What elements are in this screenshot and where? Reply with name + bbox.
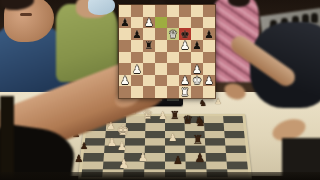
square-g4 bbox=[191, 52, 203, 64]
square-b1 bbox=[131, 86, 143, 98]
left-player-eyebrow bbox=[20, 13, 32, 16]
square-a6 bbox=[119, 28, 131, 40]
square-a2: ♟ bbox=[119, 75, 131, 87]
piece-wQ-e6: ♛ bbox=[168, 29, 177, 40]
physical-square bbox=[204, 131, 224, 138]
piece-wP-h2: ♟ bbox=[204, 75, 213, 86]
physical-square bbox=[165, 123, 185, 130]
piece-wP-a2: ♟ bbox=[120, 75, 129, 86]
square-a7: ♟ bbox=[119, 17, 131, 29]
square-c7: ♟ bbox=[143, 17, 155, 29]
square-d8 bbox=[155, 5, 167, 17]
square-f4 bbox=[179, 52, 191, 64]
physical-square bbox=[126, 116, 146, 123]
square-c6 bbox=[143, 28, 155, 40]
piece-wK-g2: ♚ bbox=[192, 75, 201, 86]
square-d3 bbox=[155, 63, 167, 75]
physical-square bbox=[145, 116, 165, 123]
square-f1: ♜ bbox=[179, 86, 191, 98]
square-a3 bbox=[119, 63, 131, 75]
physical-square bbox=[103, 161, 124, 169]
physical-square bbox=[226, 153, 247, 161]
physical-square bbox=[186, 161, 207, 169]
piece-wR-f1: ♜ bbox=[180, 87, 189, 98]
square-f6: ♚ bbox=[179, 28, 191, 40]
physical-square bbox=[165, 131, 185, 138]
physical-square bbox=[145, 138, 165, 146]
physical-square bbox=[103, 153, 124, 161]
square-f8 bbox=[179, 5, 191, 17]
physical-square bbox=[165, 146, 185, 154]
digital-board-overlay: ♟♟♟♛♚♟♜♟♟♟♟♟♟♚♟♜ bbox=[118, 4, 216, 99]
square-b2 bbox=[131, 75, 143, 87]
physical-square bbox=[83, 153, 104, 161]
square-h2: ♟ bbox=[203, 75, 215, 87]
physical-square bbox=[124, 161, 145, 169]
physical-square bbox=[224, 131, 244, 138]
square-a4 bbox=[119, 52, 131, 64]
square-b5 bbox=[131, 40, 143, 52]
left-edge-shadow bbox=[0, 96, 14, 180]
square-b6: ♟ bbox=[131, 28, 143, 40]
piece-wP-g3: ♟ bbox=[192, 64, 201, 75]
square-c5: ♜ bbox=[143, 40, 155, 52]
square-d4 bbox=[155, 52, 167, 64]
piece-wP-b3: ♟ bbox=[132, 64, 141, 75]
square-e7 bbox=[167, 17, 179, 29]
bottom-vignette bbox=[0, 172, 320, 180]
square-d1 bbox=[155, 86, 167, 98]
piece-bP-h6: ♟ bbox=[204, 29, 213, 40]
square-c4 bbox=[143, 52, 155, 64]
physical-square bbox=[185, 138, 205, 146]
square-c1 bbox=[143, 86, 155, 98]
square-a8 bbox=[119, 5, 131, 17]
physical-square bbox=[223, 116, 243, 123]
square-h8 bbox=[203, 5, 215, 17]
square-a1 bbox=[119, 86, 131, 98]
piece-bK-f6: ♚ bbox=[180, 29, 189, 40]
physical-square bbox=[124, 153, 145, 161]
piece-wP-c7: ♟ bbox=[144, 17, 153, 28]
square-b3: ♟ bbox=[131, 63, 143, 75]
physical-square bbox=[185, 131, 205, 138]
physical-square bbox=[106, 123, 126, 130]
physical-square bbox=[184, 116, 204, 123]
physical-square bbox=[225, 146, 246, 154]
square-e6: ♛ bbox=[167, 28, 179, 40]
physical-square bbox=[104, 146, 125, 154]
physical-square bbox=[85, 138, 106, 146]
piece-wP-f2: ♟ bbox=[180, 75, 189, 86]
square-c2 bbox=[143, 75, 155, 87]
square-h3 bbox=[203, 63, 215, 75]
square-d6 bbox=[155, 28, 167, 40]
physical-square bbox=[84, 146, 105, 154]
square-h4 bbox=[203, 52, 215, 64]
physical-square bbox=[145, 123, 165, 130]
physical-square bbox=[205, 138, 226, 146]
physical-square bbox=[165, 116, 185, 123]
square-h5 bbox=[203, 40, 215, 52]
physical-square bbox=[124, 146, 145, 154]
physical-square bbox=[225, 138, 246, 146]
physical-square bbox=[105, 138, 126, 146]
square-e2 bbox=[167, 75, 179, 87]
physical-square bbox=[85, 131, 105, 138]
physical-square bbox=[82, 161, 103, 169]
square-f3 bbox=[179, 63, 191, 75]
physical-square bbox=[165, 161, 186, 169]
physical-square bbox=[224, 123, 244, 130]
piece-bP-a7: ♟ bbox=[120, 17, 129, 28]
physical-square bbox=[125, 138, 145, 146]
square-g5: ♟ bbox=[191, 40, 203, 52]
square-g7 bbox=[191, 17, 203, 29]
piece-bP-g5: ♟ bbox=[192, 40, 201, 51]
physical-square bbox=[144, 153, 165, 161]
physical-square bbox=[185, 123, 205, 130]
physical-square bbox=[145, 131, 165, 138]
square-g2: ♚ bbox=[191, 75, 203, 87]
physical-square bbox=[165, 138, 185, 146]
physical-square bbox=[144, 161, 165, 169]
physical-square bbox=[204, 116, 224, 123]
square-g1 bbox=[191, 86, 203, 98]
square-h1 bbox=[203, 86, 215, 98]
square-e1 bbox=[167, 86, 179, 98]
square-a5 bbox=[119, 40, 131, 52]
square-f2: ♟ bbox=[179, 75, 191, 87]
square-e4 bbox=[167, 52, 179, 64]
square-g8 bbox=[191, 5, 203, 17]
physical-square bbox=[145, 146, 165, 154]
square-e5 bbox=[167, 40, 179, 52]
physical-square bbox=[206, 153, 227, 161]
square-g3: ♟ bbox=[191, 63, 203, 75]
piece-bP-b6: ♟ bbox=[132, 29, 141, 40]
physical-square bbox=[204, 123, 224, 130]
physical-square bbox=[185, 153, 206, 161]
square-c8 bbox=[143, 5, 155, 17]
physical-square bbox=[165, 153, 186, 161]
physical-square bbox=[126, 123, 146, 130]
square-d5 bbox=[155, 40, 167, 52]
square-g6 bbox=[191, 28, 203, 40]
piece-bR-c5: ♜ bbox=[144, 40, 153, 51]
square-b8 bbox=[131, 5, 143, 17]
square-f5: ♟ bbox=[179, 40, 191, 52]
physical-square bbox=[206, 161, 227, 169]
physical-square bbox=[185, 146, 206, 154]
physical-square bbox=[227, 161, 248, 169]
physical-square bbox=[105, 131, 125, 138]
piece-wP-f5: ♟ bbox=[180, 40, 189, 51]
square-h7 bbox=[203, 17, 215, 29]
physical-square bbox=[205, 146, 226, 154]
neighbor-piece bbox=[311, 13, 318, 23]
square-e3 bbox=[167, 63, 179, 75]
physical-square bbox=[125, 131, 145, 138]
square-f7 bbox=[179, 17, 191, 29]
square-e8 bbox=[167, 5, 179, 17]
square-h6: ♟ bbox=[203, 28, 215, 40]
square-c3 bbox=[143, 63, 155, 75]
square-b7 bbox=[131, 17, 143, 29]
square-d7 bbox=[155, 17, 167, 29]
square-b4 bbox=[131, 52, 143, 64]
square-d2 bbox=[155, 75, 167, 87]
